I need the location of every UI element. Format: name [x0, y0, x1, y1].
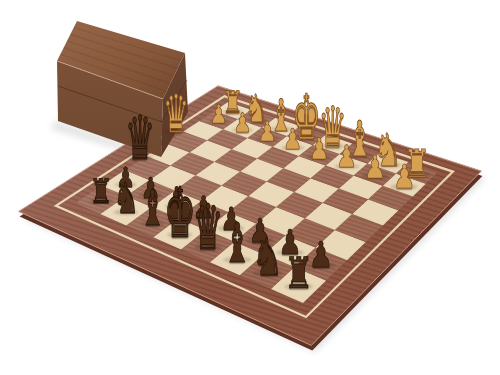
- white-pawn-glyph: ♟: [336, 143, 357, 174]
- black-rook-glyph: ♜: [89, 175, 112, 209]
- white-pawn-glyph: ♟: [233, 110, 251, 137]
- white-pawn-glyph: ♟: [210, 102, 228, 128]
- piece-black-rook-h8: ♜: [89, 183, 112, 209]
- black-king-glyph: ♚: [164, 179, 196, 248]
- chess-set-product-photo: ♜♞♟♝♟♛♚♟♛♟♝♟♛♞♟♜♟♟♟♟♜♟♞♟♝♟♚♟♛♟♝♟♞♜: [0, 0, 500, 375]
- piece-white-pawn-b2: ♟: [364, 159, 386, 183]
- black-rook-glyph: ♜: [284, 252, 314, 295]
- piece-white-pawn-a2: ♟: [393, 169, 416, 194]
- piece-white-pawn-h2: ♟: [210, 108, 228, 128]
- white-queen-glyph: ♛: [163, 89, 189, 141]
- white-pawn-glyph: ♟: [309, 134, 329, 164]
- black-queen-glyph: ♛: [192, 197, 223, 260]
- spare-queen-light: ♛: [163, 112, 189, 141]
- piece-black-king-e8: ♚: [164, 213, 196, 249]
- piece-black-rook-a8: ♜: [284, 262, 314, 295]
- piece-white-pawn-c2: ♟: [336, 150, 357, 174]
- black-knight-glyph: ♞: [113, 178, 140, 221]
- white-pawn-glyph: ♟: [258, 118, 277, 146]
- piece-black-knight-g8: ♞: [113, 192, 140, 222]
- black-queen-glyph: ♛: [125, 108, 155, 168]
- black-bishop-glyph: ♝: [140, 184, 166, 233]
- piece-black-bishop-f8: ♝: [140, 204, 166, 233]
- white-pawn-glyph: ♟: [283, 126, 303, 155]
- white-pawn-glyph: ♟: [364, 152, 386, 184]
- piece-white-pawn-e2: ♟: [283, 132, 303, 154]
- white-pawn-glyph: ♟: [393, 161, 416, 194]
- piece-white-pawn-g2: ♟: [233, 116, 251, 137]
- black-bishop-glyph: ♝: [223, 216, 252, 271]
- piece-black-bishop-c8: ♝: [223, 238, 252, 270]
- pieces-layer: ♜♞♟♝♟♛♚♟♛♟♝♟♛♞♟♜♟♟♟♟♜♟♞♟♝♟♚♟♛♟♝♟♞♜: [0, 0, 500, 375]
- piece-white-pawn-d2: ♟: [309, 141, 329, 164]
- black-knight-glyph: ♞: [252, 232, 284, 283]
- piece-black-queen-d8: ♛: [192, 225, 223, 260]
- piece-white-pawn-f2: ♟: [258, 124, 277, 145]
- piece-black-knight-b8: ♞: [252, 248, 284, 283]
